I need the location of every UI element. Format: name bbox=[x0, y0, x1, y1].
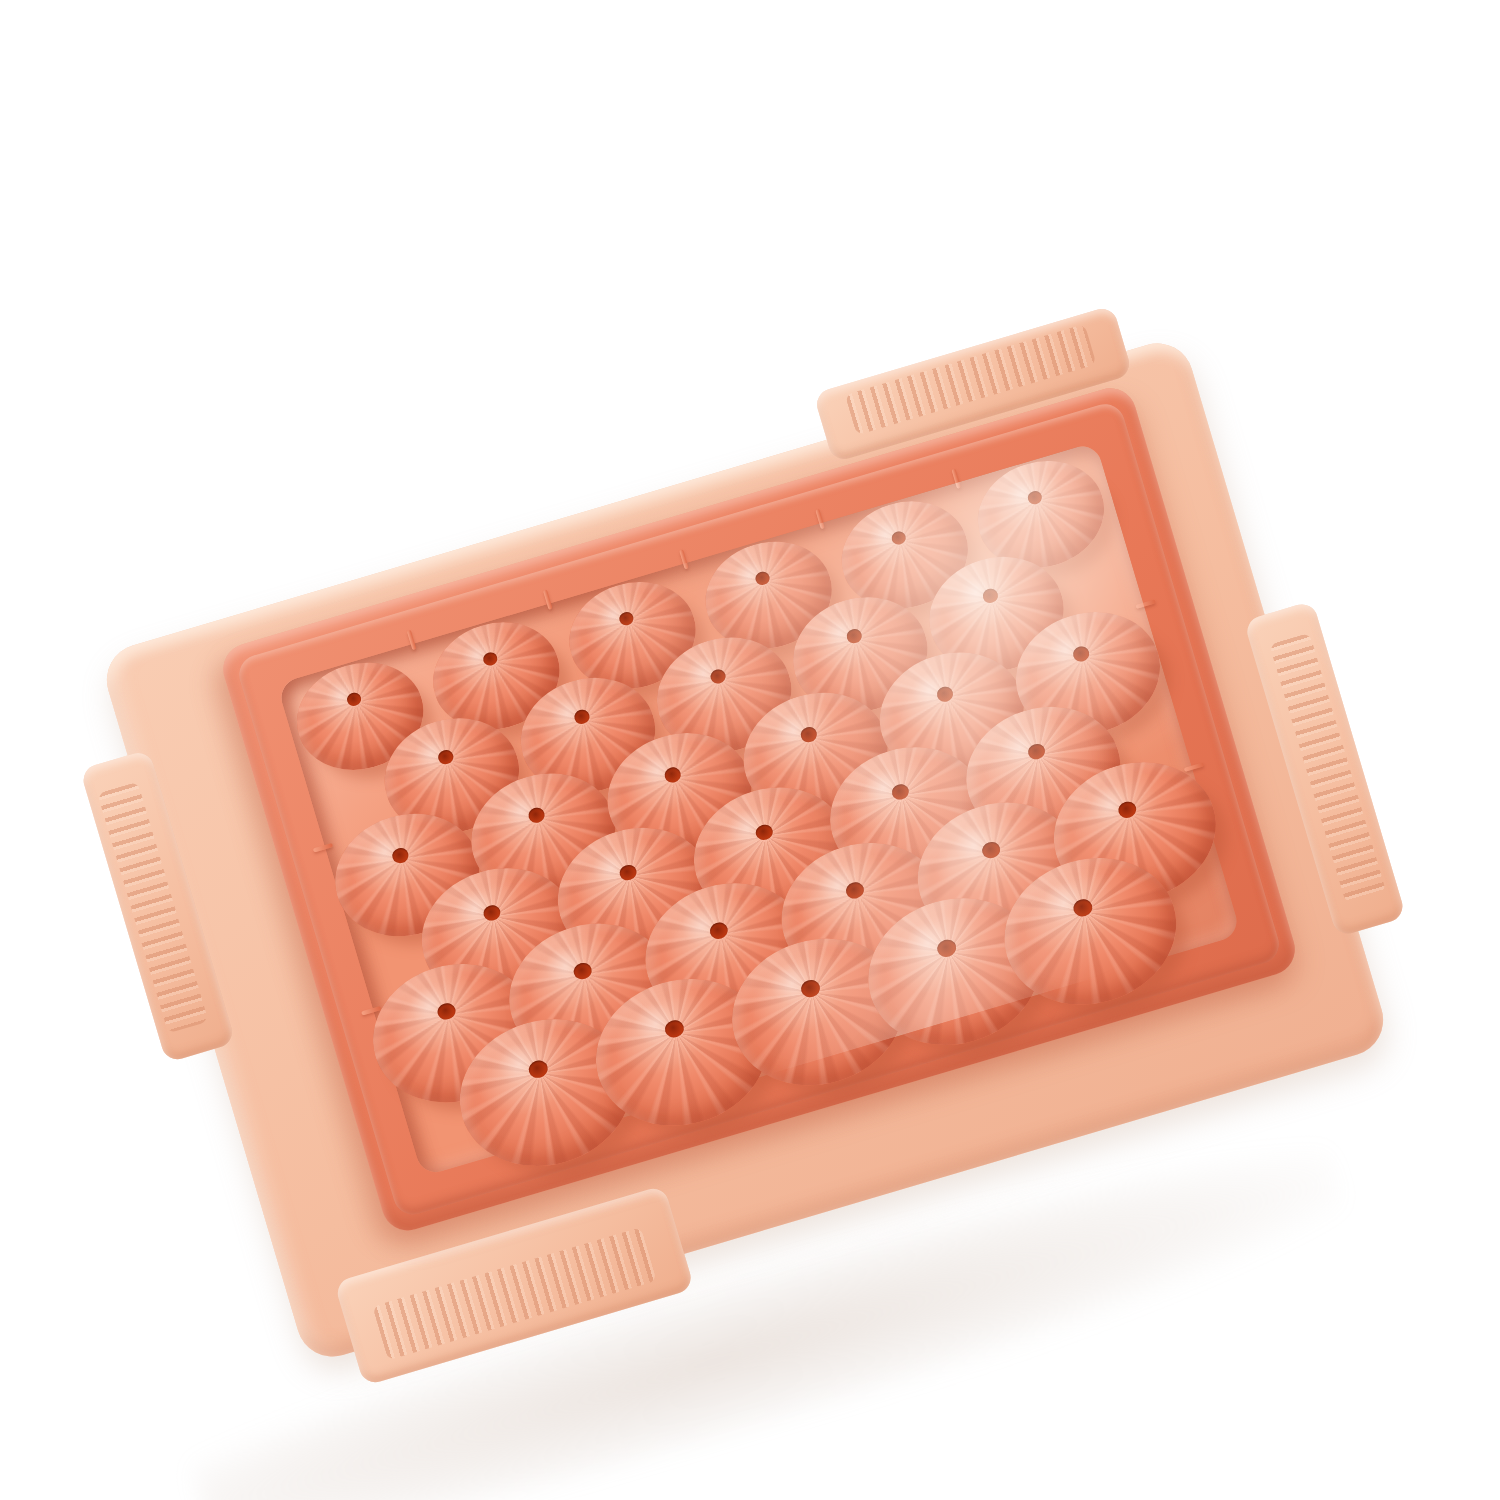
vent-hole bbox=[799, 978, 822, 1000]
vent-hole bbox=[572, 961, 594, 982]
vent-hole bbox=[662, 1018, 685, 1040]
grip-handle-left bbox=[80, 749, 236, 1063]
product-photo-scene: Salmon-orange 33-cavity round ice-ball m… bbox=[0, 0, 1500, 1500]
vent-hole bbox=[436, 1001, 458, 1022]
vent-hole bbox=[573, 708, 591, 725]
vent-hole bbox=[799, 725, 819, 743]
vent-hole bbox=[1071, 897, 1094, 919]
vent-hole bbox=[437, 749, 455, 766]
grip-ribs bbox=[1269, 633, 1386, 904]
vent-hole bbox=[935, 685, 955, 703]
vent-hole bbox=[663, 766, 683, 784]
vent-hole bbox=[1072, 645, 1092, 663]
photo-caption: Salmon-orange 33-cavity round ice-ball m… bbox=[0, 0, 1, 1]
vent-hole bbox=[754, 823, 775, 843]
vent-hole bbox=[708, 920, 730, 941]
vent-hole bbox=[980, 840, 1002, 861]
vent-hole bbox=[527, 806, 547, 824]
vent-hole bbox=[754, 570, 771, 586]
vent-hole bbox=[845, 628, 863, 645]
vent-hole bbox=[618, 611, 635, 627]
vent-hole bbox=[891, 530, 908, 546]
grip-ribs bbox=[97, 782, 208, 1034]
vent-hole bbox=[844, 880, 866, 901]
vent-hole bbox=[526, 1058, 549, 1080]
vent-hole bbox=[981, 587, 999, 604]
vent-hole bbox=[1027, 490, 1044, 506]
vent-hole bbox=[346, 691, 363, 707]
vent-hole bbox=[618, 863, 639, 883]
vent-hole bbox=[391, 846, 411, 864]
vent-hole bbox=[935, 937, 958, 959]
vent-hole bbox=[709, 668, 727, 685]
vent-hole bbox=[481, 903, 502, 923]
vent-hole bbox=[482, 651, 499, 667]
vent-hole bbox=[1116, 799, 1138, 820]
vent-hole bbox=[1026, 742, 1047, 762]
vent-hole bbox=[890, 782, 911, 802]
